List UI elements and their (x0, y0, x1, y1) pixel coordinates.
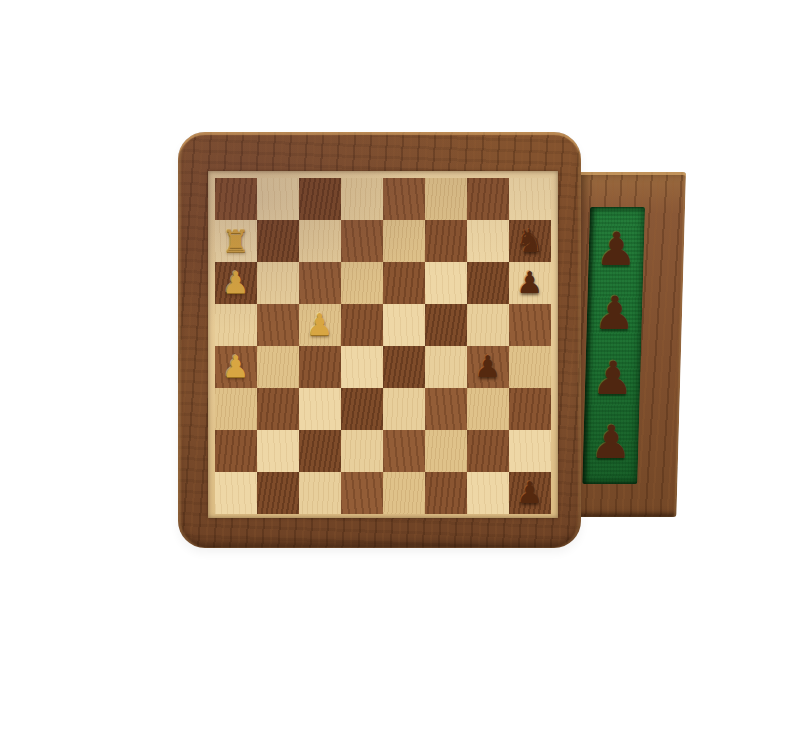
board-square-d8[interactable] (341, 178, 383, 220)
board-square-g7[interactable] (467, 220, 509, 262)
board-square-a2[interactable] (215, 430, 257, 472)
board-square-a6[interactable]: ♟ (215, 262, 257, 304)
drawer-black-pawn-piece[interactable]: ♟ (590, 419, 633, 465)
drawer-black-pawn-piece[interactable]: ♟ (593, 290, 636, 336)
board-square-d7[interactable] (341, 220, 383, 262)
board-square-b4[interactable] (257, 346, 299, 388)
board-square-h5[interactable] (509, 304, 551, 346)
board-square-h4[interactable] (509, 346, 551, 388)
travel-chess-set-photo: ♟♟♟♟ ♜♞♟♟♟♟♟♟ (0, 0, 800, 743)
board-square-g1[interactable] (467, 472, 509, 514)
board-square-f5[interactable] (425, 304, 467, 346)
board-square-b6[interactable] (257, 262, 299, 304)
board-square-c8[interactable] (299, 178, 341, 220)
board-square-c5[interactable]: ♟ (299, 304, 341, 346)
board-square-e1[interactable] (383, 472, 425, 514)
board-square-b2[interactable] (257, 430, 299, 472)
drawer-felt: ♟♟♟♟ (582, 207, 645, 484)
board-square-a8[interactable] (215, 178, 257, 220)
board-square-a7[interactable]: ♜ (215, 220, 257, 262)
board-square-d4[interactable] (341, 346, 383, 388)
black-pawn-piece[interactable]: ♟ (517, 478, 544, 508)
board-square-f2[interactable] (425, 430, 467, 472)
board-square-e7[interactable] (383, 220, 425, 262)
board-square-c6[interactable] (299, 262, 341, 304)
board-square-g3[interactable] (467, 388, 509, 430)
board-square-d3[interactable] (341, 388, 383, 430)
board-square-g8[interactable] (467, 178, 509, 220)
board-square-h7[interactable]: ♞ (509, 220, 551, 262)
board-square-c1[interactable] (299, 472, 341, 514)
board-square-h8[interactable] (509, 178, 551, 220)
board-square-e8[interactable] (383, 178, 425, 220)
board-square-f1[interactable] (425, 472, 467, 514)
drawer-black-pawn-piece[interactable]: ♟ (595, 226, 638, 272)
board-square-f6[interactable] (425, 262, 467, 304)
board-square-c2[interactable] (299, 430, 341, 472)
white-pawn-piece[interactable]: ♟ (223, 268, 250, 298)
board-square-h2[interactable] (509, 430, 551, 472)
board-square-e2[interactable] (383, 430, 425, 472)
board-square-b3[interactable] (257, 388, 299, 430)
board-square-f3[interactable] (425, 388, 467, 430)
board-square-h1[interactable]: ♟ (509, 472, 551, 514)
chess-board: ♜♞♟♟♟♟♟♟ (215, 178, 551, 514)
board-square-a4[interactable]: ♟ (215, 346, 257, 388)
board-square-g4[interactable]: ♟ (467, 346, 509, 388)
white-rook-piece[interactable]: ♜ (222, 226, 250, 257)
black-knight-piece[interactable]: ♞ (516, 225, 545, 257)
piece-drawer[interactable]: ♟♟♟♟ (566, 172, 686, 517)
white-pawn-piece[interactable]: ♟ (223, 352, 250, 382)
board-square-g6[interactable] (467, 262, 509, 304)
board-square-d1[interactable] (341, 472, 383, 514)
board-square-e6[interactable] (383, 262, 425, 304)
board-square-b7[interactable] (257, 220, 299, 262)
black-pawn-piece[interactable]: ♟ (475, 352, 502, 382)
board-square-f8[interactable] (425, 178, 467, 220)
board-square-a5[interactable] (215, 304, 257, 346)
board-square-b5[interactable] (257, 304, 299, 346)
board-square-d2[interactable] (341, 430, 383, 472)
drawer-black-pawn-piece[interactable]: ♟ (591, 355, 634, 401)
board-square-d6[interactable] (341, 262, 383, 304)
board-square-e5[interactable] (383, 304, 425, 346)
board-square-f7[interactable] (425, 220, 467, 262)
black-pawn-piece[interactable]: ♟ (517, 268, 544, 298)
board-square-h6[interactable]: ♟ (509, 262, 551, 304)
board-square-c4[interactable] (299, 346, 341, 388)
board-square-h3[interactable] (509, 388, 551, 430)
board-square-g5[interactable] (467, 304, 509, 346)
board-square-e4[interactable] (383, 346, 425, 388)
board-square-b8[interactable] (257, 178, 299, 220)
board-square-f4[interactable] (425, 346, 467, 388)
board-square-d5[interactable] (341, 304, 383, 346)
board-square-a1[interactable] (215, 472, 257, 514)
board-square-c7[interactable] (299, 220, 341, 262)
board-square-a3[interactable] (215, 388, 257, 430)
board-square-c3[interactable] (299, 388, 341, 430)
white-pawn-piece[interactable]: ♟ (307, 310, 334, 340)
chess-box: ♜♞♟♟♟♟♟♟ (178, 132, 581, 548)
board-square-e3[interactable] (383, 388, 425, 430)
board-square-g2[interactable] (467, 430, 509, 472)
board-border-plate: ♜♞♟♟♟♟♟♟ (208, 171, 558, 518)
board-square-b1[interactable] (257, 472, 299, 514)
